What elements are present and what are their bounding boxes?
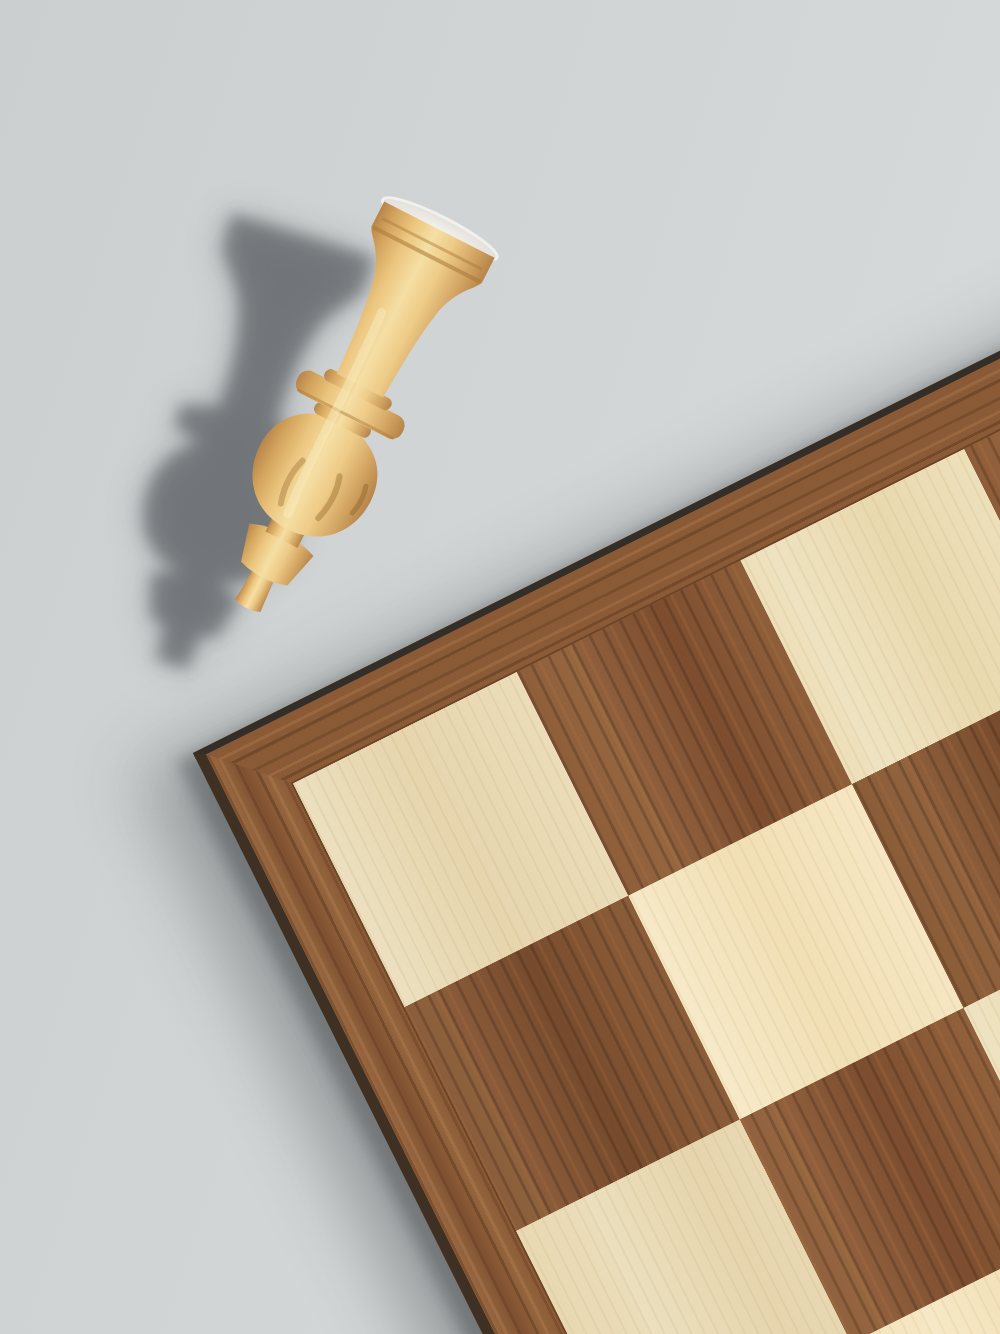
photo-scene [0,0,1000,1334]
board-frame [193,0,1000,1334]
chessboard [193,0,1000,1334]
